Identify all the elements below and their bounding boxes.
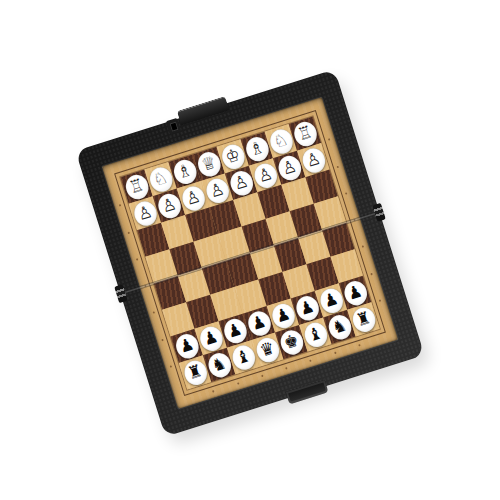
margin-pin-dot bbox=[309, 359, 311, 362]
piece-glyph: ♟ bbox=[274, 305, 293, 327]
piece-glyph: ♖ bbox=[127, 176, 146, 198]
piece-glyph: ♝ bbox=[234, 346, 253, 368]
piece-glyph: ♖ bbox=[296, 123, 315, 145]
margin-pin-dot bbox=[370, 272, 372, 275]
piece-glyph: ♟ bbox=[250, 312, 269, 334]
margin-pin-dot bbox=[237, 382, 239, 385]
piece-glyph: ♙ bbox=[160, 195, 179, 217]
piece-glyph: ♙ bbox=[304, 149, 323, 171]
piece-glyph: ♙ bbox=[280, 157, 299, 179]
piece-glyph: ♕ bbox=[199, 153, 218, 175]
piece-glyph: ♜ bbox=[354, 309, 373, 331]
margin-pin-dot bbox=[336, 165, 338, 168]
closure-latch-bottom bbox=[285, 380, 328, 404]
margin-pin-dot bbox=[345, 192, 347, 195]
piece-glyph: ♙ bbox=[256, 165, 275, 187]
margin-pin-dot bbox=[261, 375, 263, 378]
fold-hinge-left bbox=[114, 284, 127, 303]
piece-glyph: ♟ bbox=[201, 328, 220, 350]
piece-glyph: ♟ bbox=[298, 297, 317, 319]
piece-glyph: ♗ bbox=[247, 138, 266, 160]
product-photo-chess-set: ♖♘♗♕♔♗♘♖♙♙♙♙♙♙♙♙♟♟♟♟♟♟♟♟♜♞♝♛♚♝♞♜ bbox=[0, 0, 500, 500]
margin-pin-dot bbox=[362, 246, 364, 249]
piece-glyph: ♞ bbox=[210, 354, 229, 376]
piece-glyph: ♟ bbox=[322, 290, 341, 312]
margin-pin-dot bbox=[153, 311, 155, 314]
margin-pin-dot bbox=[170, 365, 172, 368]
margin-pin-dot bbox=[379, 299, 381, 302]
margin-pin-dot bbox=[136, 258, 138, 261]
margin-pin-dot bbox=[334, 352, 336, 355]
piece-glyph: ♚ bbox=[282, 331, 301, 353]
piece-glyph: ♙ bbox=[232, 172, 251, 194]
margin-pin-dot bbox=[358, 344, 360, 347]
piece-glyph: ♙ bbox=[136, 202, 155, 224]
chess-board-frame: ♖♘♗♕♔♗♘♖♙♙♙♙♙♙♙♙♟♟♟♟♟♟♟♟♜♞♝♛♚♝♞♜ bbox=[75, 69, 424, 436]
piece-glyph: ♛ bbox=[258, 339, 277, 361]
piece-glyph: ♗ bbox=[175, 161, 194, 183]
margin-pin-dot bbox=[285, 367, 287, 370]
piece-glyph: ♔ bbox=[223, 146, 242, 168]
piece-glyph: ♝ bbox=[306, 324, 325, 346]
margin-pin-dot bbox=[328, 138, 330, 141]
piece-glyph: ♘ bbox=[151, 168, 170, 190]
margin-pin-dot bbox=[161, 338, 163, 341]
piece-glyph: ♟ bbox=[346, 282, 365, 304]
margin-pin-dot bbox=[119, 204, 121, 207]
fold-hinge-right bbox=[372, 203, 385, 222]
piece-glyph: ♟ bbox=[225, 320, 244, 342]
piece-glyph: ♙ bbox=[208, 180, 227, 202]
piece-black-rook[interactable]: ♜ bbox=[349, 304, 378, 334]
piece-glyph: ♞ bbox=[330, 316, 349, 338]
margin-pin-dot bbox=[212, 390, 214, 393]
piece-glyph: ♙ bbox=[184, 187, 203, 209]
piece-glyph: ♟ bbox=[177, 335, 196, 357]
piece-glyph: ♘ bbox=[271, 130, 290, 152]
piece-glyph: ♜ bbox=[186, 362, 205, 384]
closure-latch-top bbox=[177, 96, 230, 125]
margin-pin-dot bbox=[127, 231, 129, 234]
